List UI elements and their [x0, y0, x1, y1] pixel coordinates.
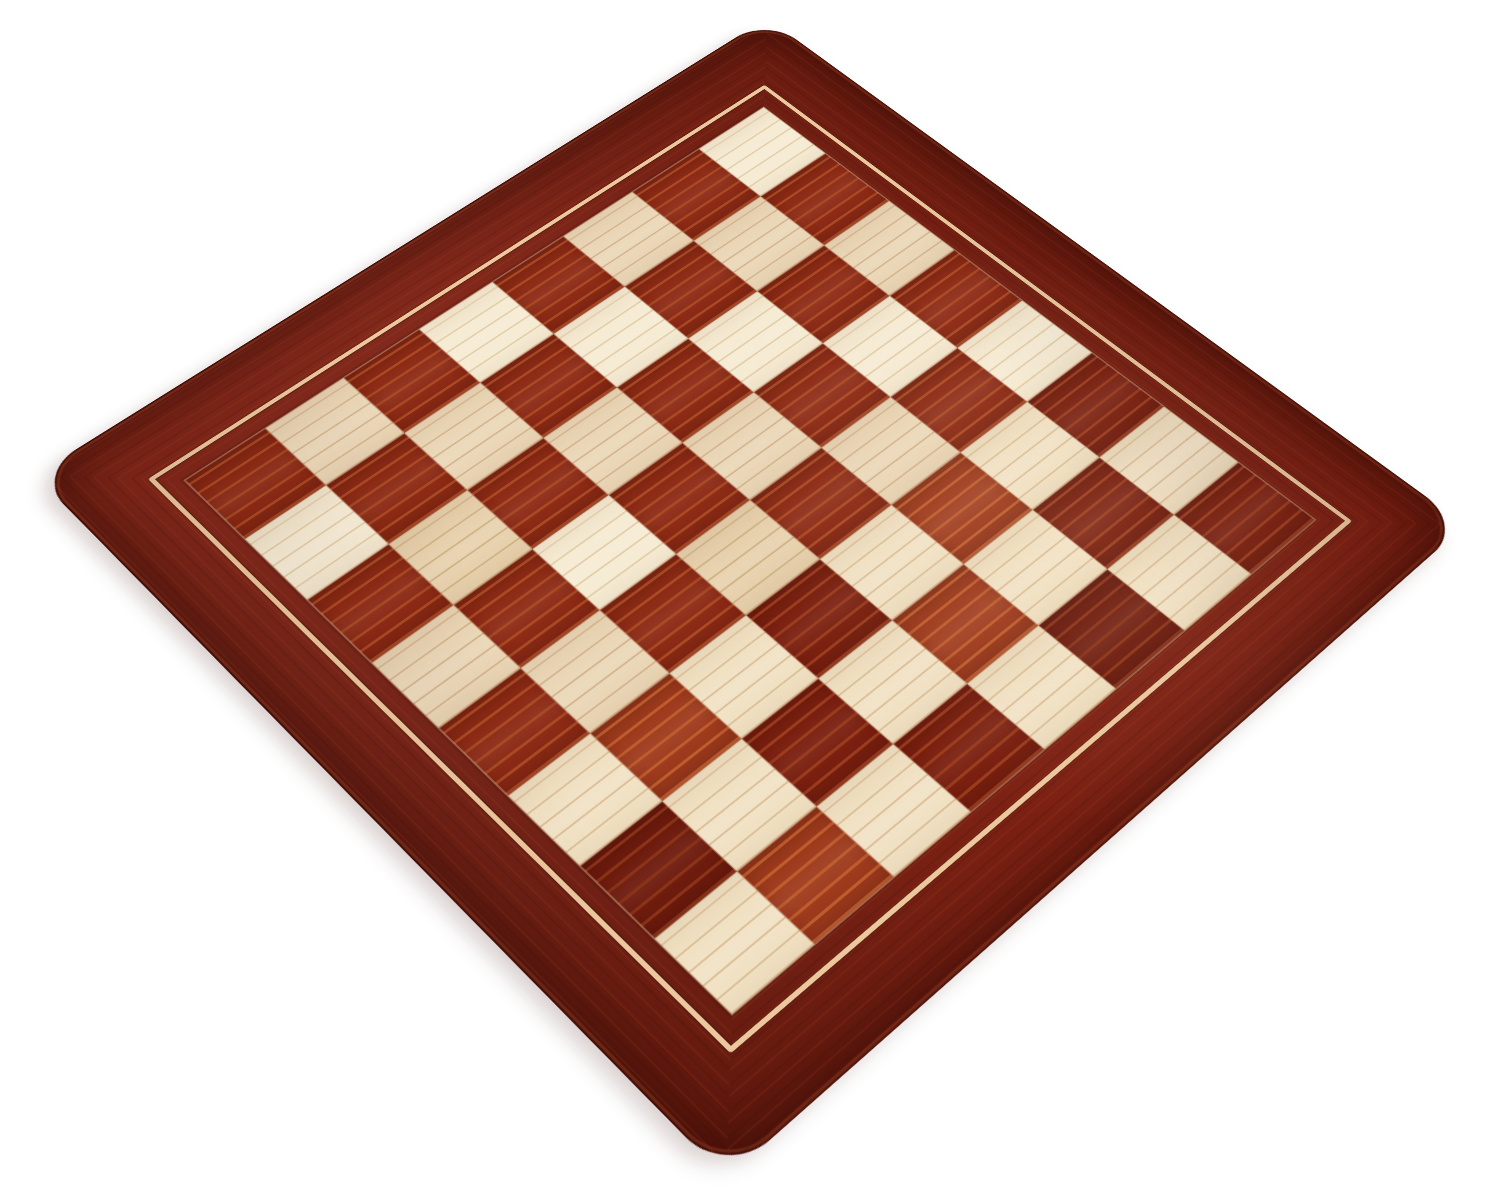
board-grid: [185, 107, 1316, 1014]
chess-board: [35, 18, 1465, 1178]
perspective-wrapper: [0, 0, 1500, 1200]
photo-background: [0, 0, 1500, 1200]
